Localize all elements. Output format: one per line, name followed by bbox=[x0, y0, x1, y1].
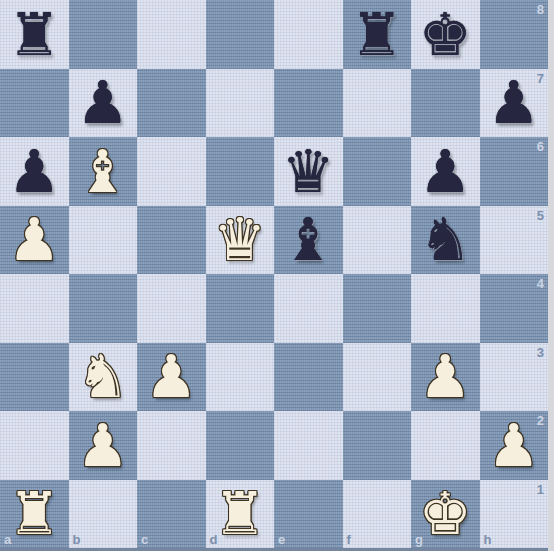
square-a2[interactable] bbox=[0, 411, 69, 480]
piece-white-bishop[interactable]: ♝ bbox=[69, 137, 138, 206]
square-f5[interactable] bbox=[343, 206, 412, 275]
square-c4[interactable] bbox=[137, 274, 206, 343]
square-d5[interactable]: ♛ bbox=[206, 206, 275, 275]
square-b1[interactable]: b bbox=[69, 480, 138, 549]
square-e5[interactable]: ♝ bbox=[274, 206, 343, 275]
square-g5[interactable]: ♞ bbox=[411, 206, 480, 275]
square-h3[interactable]: 3 bbox=[480, 343, 549, 412]
square-d7[interactable] bbox=[206, 69, 275, 138]
coord-rank-label-6: 6 bbox=[537, 140, 544, 153]
board-right-edge bbox=[548, 0, 554, 551]
square-d1[interactable]: ♜d bbox=[206, 480, 275, 549]
square-c8[interactable] bbox=[137, 0, 206, 69]
piece-white-king[interactable]: ♚ bbox=[411, 480, 480, 549]
square-g1[interactable]: ♚g bbox=[411, 480, 480, 549]
square-h6[interactable]: 6 bbox=[480, 137, 549, 206]
square-d6[interactable] bbox=[206, 137, 275, 206]
square-g8[interactable]: ♚ bbox=[411, 0, 480, 69]
coord-file-label-e: e bbox=[278, 533, 285, 546]
coord-file-label-f: f bbox=[347, 533, 351, 546]
square-d2[interactable] bbox=[206, 411, 275, 480]
square-c7[interactable] bbox=[137, 69, 206, 138]
chess-board: ♜♜♚8♟♟7♟♝♛♟6♟♛♝♞54♞♟♟3♟♟2♜abc♜def♚g1h bbox=[0, 0, 548, 548]
square-f3[interactable] bbox=[343, 343, 412, 412]
square-g3[interactable]: ♟ bbox=[411, 343, 480, 412]
square-b3[interactable]: ♞ bbox=[69, 343, 138, 412]
square-h8[interactable]: 8 bbox=[480, 0, 549, 69]
square-g6[interactable]: ♟ bbox=[411, 137, 480, 206]
piece-black-bishop[interactable]: ♝ bbox=[274, 206, 343, 275]
piece-black-rook[interactable]: ♜ bbox=[0, 0, 69, 69]
square-e8[interactable] bbox=[274, 0, 343, 69]
square-e3[interactable] bbox=[274, 343, 343, 412]
square-d4[interactable] bbox=[206, 274, 275, 343]
piece-black-queen[interactable]: ♛ bbox=[274, 137, 343, 206]
piece-white-queen[interactable]: ♛ bbox=[206, 206, 275, 275]
square-b8[interactable] bbox=[69, 0, 138, 69]
square-c1[interactable]: c bbox=[137, 480, 206, 549]
square-f7[interactable] bbox=[343, 69, 412, 138]
square-d3[interactable] bbox=[206, 343, 275, 412]
coord-rank-label-8: 8 bbox=[537, 3, 544, 16]
square-h4[interactable]: 4 bbox=[480, 274, 549, 343]
piece-black-king[interactable]: ♚ bbox=[411, 0, 480, 69]
square-a5[interactable]: ♟ bbox=[0, 206, 69, 275]
square-g4[interactable] bbox=[411, 274, 480, 343]
piece-black-rook[interactable]: ♜ bbox=[343, 0, 412, 69]
square-h2[interactable]: ♟2 bbox=[480, 411, 549, 480]
piece-white-pawn[interactable]: ♟ bbox=[137, 343, 206, 412]
square-g7[interactable] bbox=[411, 69, 480, 138]
square-b2[interactable]: ♟ bbox=[69, 411, 138, 480]
piece-white-knight[interactable]: ♞ bbox=[69, 343, 138, 412]
square-c6[interactable] bbox=[137, 137, 206, 206]
square-a7[interactable] bbox=[0, 69, 69, 138]
square-c5[interactable] bbox=[137, 206, 206, 275]
piece-white-pawn[interactable]: ♟ bbox=[411, 343, 480, 412]
square-f8[interactable]: ♜ bbox=[343, 0, 412, 69]
square-b6[interactable]: ♝ bbox=[69, 137, 138, 206]
coord-rank-label-5: 5 bbox=[537, 209, 544, 222]
square-h7[interactable]: ♟7 bbox=[480, 69, 549, 138]
square-a3[interactable] bbox=[0, 343, 69, 412]
square-f2[interactable] bbox=[343, 411, 412, 480]
piece-black-pawn[interactable]: ♟ bbox=[411, 137, 480, 206]
piece-black-pawn[interactable]: ♟ bbox=[0, 137, 69, 206]
square-e4[interactable] bbox=[274, 274, 343, 343]
piece-white-rook[interactable]: ♜ bbox=[206, 480, 275, 549]
square-c3[interactable]: ♟ bbox=[137, 343, 206, 412]
square-h1[interactable]: 1h bbox=[480, 480, 549, 549]
square-a8[interactable]: ♜ bbox=[0, 0, 69, 69]
coord-file-label-h: h bbox=[484, 533, 492, 546]
piece-black-knight[interactable]: ♞ bbox=[411, 206, 480, 275]
piece-black-pawn[interactable]: ♟ bbox=[69, 69, 138, 138]
square-b4[interactable] bbox=[69, 274, 138, 343]
piece-white-pawn[interactable]: ♟ bbox=[69, 411, 138, 480]
coord-file-label-b: b bbox=[73, 533, 81, 546]
coord-rank-label-1: 1 bbox=[537, 483, 544, 496]
piece-black-pawn[interactable]: ♟ bbox=[480, 69, 549, 138]
square-b7[interactable]: ♟ bbox=[69, 69, 138, 138]
square-e2[interactable] bbox=[274, 411, 343, 480]
square-a1[interactable]: ♜a bbox=[0, 480, 69, 549]
coord-rank-label-4: 4 bbox=[537, 277, 544, 290]
square-c2[interactable] bbox=[137, 411, 206, 480]
square-d8[interactable] bbox=[206, 0, 275, 69]
square-g2[interactable] bbox=[411, 411, 480, 480]
piece-white-pawn[interactable]: ♟ bbox=[480, 411, 549, 480]
coord-file-label-c: c bbox=[141, 533, 148, 546]
coord-rank-label-3: 3 bbox=[537, 346, 544, 359]
square-h5[interactable]: 5 bbox=[480, 206, 549, 275]
square-b5[interactable] bbox=[69, 206, 138, 275]
chess-app-page: ♜♜♚8♟♟7♟♝♛♟6♟♛♝♞54♞♟♟3♟♟2♜abc♜def♚g1h bbox=[0, 0, 554, 551]
square-a6[interactable]: ♟ bbox=[0, 137, 69, 206]
square-e6[interactable]: ♛ bbox=[274, 137, 343, 206]
square-e7[interactable] bbox=[274, 69, 343, 138]
square-e1[interactable]: e bbox=[274, 480, 343, 549]
piece-white-pawn[interactable]: ♟ bbox=[0, 206, 69, 275]
square-f6[interactable] bbox=[343, 137, 412, 206]
piece-white-rook[interactable]: ♜ bbox=[0, 480, 69, 549]
square-f4[interactable] bbox=[343, 274, 412, 343]
square-a4[interactable] bbox=[0, 274, 69, 343]
square-f1[interactable]: f bbox=[343, 480, 412, 549]
